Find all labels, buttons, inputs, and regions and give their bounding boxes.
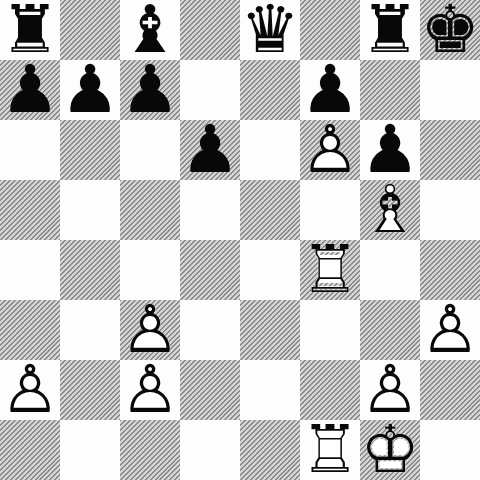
black-pawn[interactable]: ♟	[0, 60, 60, 120]
white-rook-outline: ♖	[300, 420, 360, 480]
chess-board: ♜♝♛♜♚♟♟♟♟♟♟♙♟♝♗♜♖♟♙♟♙♟♙♟♙♟♙♜♖♚♔	[0, 0, 480, 480]
square-d6[interactable]: ♟	[180, 120, 240, 180]
white-bishop-outline: ♗	[360, 180, 420, 240]
square-e2[interactable]	[240, 360, 300, 420]
square-e7[interactable]	[240, 60, 300, 120]
square-e8[interactable]: ♛	[240, 0, 300, 60]
square-b4[interactable]	[60, 240, 120, 300]
white-pawn-outline: ♙	[0, 360, 60, 420]
white-rook-outline: ♖	[300, 240, 360, 300]
square-a6[interactable]	[0, 120, 60, 180]
square-g4[interactable]	[360, 240, 420, 300]
square-c7[interactable]: ♟	[120, 60, 180, 120]
square-h5[interactable]	[420, 180, 480, 240]
square-f4[interactable]: ♜♖	[300, 240, 360, 300]
white-king-outline: ♔	[360, 420, 420, 480]
square-c5[interactable]	[120, 180, 180, 240]
black-queen[interactable]: ♛	[240, 0, 300, 60]
square-e3[interactable]	[240, 300, 300, 360]
square-e1[interactable]	[240, 420, 300, 480]
square-h7[interactable]	[420, 60, 480, 120]
square-g8[interactable]: ♜	[360, 0, 420, 60]
square-b5[interactable]	[60, 180, 120, 240]
square-h6[interactable]	[420, 120, 480, 180]
white-pawn[interactable]: ♟♙	[0, 360, 60, 420]
square-d5[interactable]	[180, 180, 240, 240]
square-d2[interactable]	[180, 360, 240, 420]
white-pawn-outline: ♙	[120, 360, 180, 420]
square-g1[interactable]: ♚♔	[360, 420, 420, 480]
square-f3[interactable]	[300, 300, 360, 360]
square-a1[interactable]	[0, 420, 60, 480]
square-h1[interactable]	[420, 420, 480, 480]
square-b2[interactable]	[60, 360, 120, 420]
square-e6[interactable]	[240, 120, 300, 180]
square-d4[interactable]	[180, 240, 240, 300]
square-d3[interactable]	[180, 300, 240, 360]
black-king[interactable]: ♚	[420, 0, 480, 60]
white-pawn[interactable]: ♟♙	[120, 360, 180, 420]
black-pawn[interactable]: ♟	[180, 120, 240, 180]
chess-diagram: ♜♝♛♜♚♟♟♟♟♟♟♙♟♝♗♜♖♟♙♟♙♟♙♟♙♟♙♜♖♚♔	[0, 0, 480, 480]
black-pawn[interactable]: ♟	[120, 60, 180, 120]
square-d1[interactable]	[180, 420, 240, 480]
square-b7[interactable]: ♟	[60, 60, 120, 120]
square-e5[interactable]	[240, 180, 300, 240]
square-a2[interactable]: ♟♙	[0, 360, 60, 420]
square-b6[interactable]	[60, 120, 120, 180]
square-h8[interactable]: ♚	[420, 0, 480, 60]
square-c6[interactable]	[120, 120, 180, 180]
white-pawn[interactable]: ♟♙	[420, 300, 480, 360]
square-f6[interactable]: ♟♙	[300, 120, 360, 180]
square-e4[interactable]	[240, 240, 300, 300]
square-b3[interactable]	[60, 300, 120, 360]
square-h2[interactable]	[420, 360, 480, 420]
square-c2[interactable]: ♟♙	[120, 360, 180, 420]
square-a5[interactable]	[0, 180, 60, 240]
black-rook[interactable]: ♜	[360, 0, 420, 60]
square-a4[interactable]	[0, 240, 60, 300]
white-rook[interactable]: ♜♖	[300, 240, 360, 300]
white-pawn-outline: ♙	[420, 300, 480, 360]
white-bishop[interactable]: ♝♗	[360, 180, 420, 240]
white-pawn[interactable]: ♟♙	[300, 120, 360, 180]
square-a7[interactable]: ♟	[0, 60, 60, 120]
square-h3[interactable]: ♟♙	[420, 300, 480, 360]
square-b1[interactable]	[60, 420, 120, 480]
square-g5[interactable]: ♝♗	[360, 180, 420, 240]
white-pawn-outline: ♙	[300, 120, 360, 180]
square-c1[interactable]	[120, 420, 180, 480]
black-pawn[interactable]: ♟	[60, 60, 120, 120]
white-rook[interactable]: ♜♖	[300, 420, 360, 480]
square-d8[interactable]	[180, 0, 240, 60]
white-king[interactable]: ♚♔	[360, 420, 420, 480]
square-f1[interactable]: ♜♖	[300, 420, 360, 480]
